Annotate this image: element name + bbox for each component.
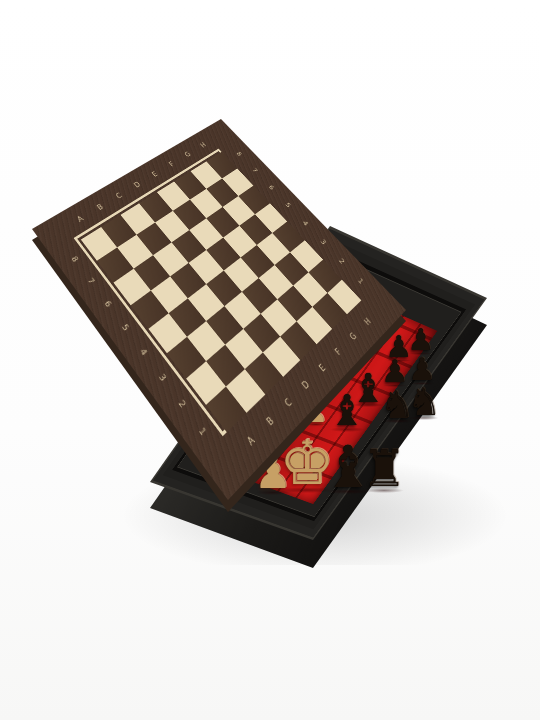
- file-label-top-h: H: [197, 140, 210, 151]
- rank-label-left-2: 2: [173, 394, 191, 414]
- rank-label-right-8: 8: [233, 148, 246, 159]
- file-label-bottom-g: G: [346, 328, 361, 344]
- file-label-bottom-a: A: [242, 431, 260, 452]
- file-label-bottom-h: H: [360, 314, 375, 329]
- rank-label-right-3: 3: [316, 235, 330, 249]
- file-label-top-e: E: [148, 168, 162, 180]
- tray-piece-dark-knight-2: ♞: [405, 383, 443, 421]
- file-label-top-d: D: [130, 179, 144, 191]
- rank-label-right-6: 6: [265, 181, 278, 193]
- rank-label-right-5: 5: [281, 199, 295, 212]
- rank-label-left-6: 6: [100, 295, 117, 312]
- file-label-bottom-c: C: [280, 393, 297, 412]
- rank-label-right-7: 7: [248, 165, 261, 177]
- file-label-top-f: F: [165, 158, 179, 170]
- file-label-top-b: B: [92, 201, 107, 214]
- rank-label-left-3: 3: [154, 368, 171, 387]
- rank-label-right-2: 2: [335, 254, 349, 268]
- rank-label-left-4: 4: [135, 343, 152, 361]
- file-label-bottom-d: D: [298, 376, 314, 394]
- file-label-bottom-e: E: [314, 359, 330, 376]
- rank-label-right-4: 4: [299, 217, 313, 230]
- file-label-top-a: A: [72, 212, 88, 226]
- tray-piece-dark-rook-1: ♜: [359, 444, 409, 494]
- file-label-bottom-b: B: [261, 412, 278, 432]
- rank-label-left-5: 5: [117, 319, 134, 337]
- product-photo-chess-set: ♟♟♟♟♝♞♞♝♝♜♟♚♟ AABBCCDDEEFFGGHH8877665544…: [0, 0, 540, 720]
- rank-label-left-8: 8: [67, 251, 83, 267]
- rank-label-left-1: 1: [193, 421, 211, 442]
- file-label-top-c: C: [112, 189, 127, 202]
- file-label-top-g: G: [181, 149, 194, 160]
- file-label-bottom-f: F: [330, 344, 345, 361]
- rank-label-right-1: 1: [354, 274, 368, 289]
- rank-label-left-7: 7: [83, 273, 99, 289]
